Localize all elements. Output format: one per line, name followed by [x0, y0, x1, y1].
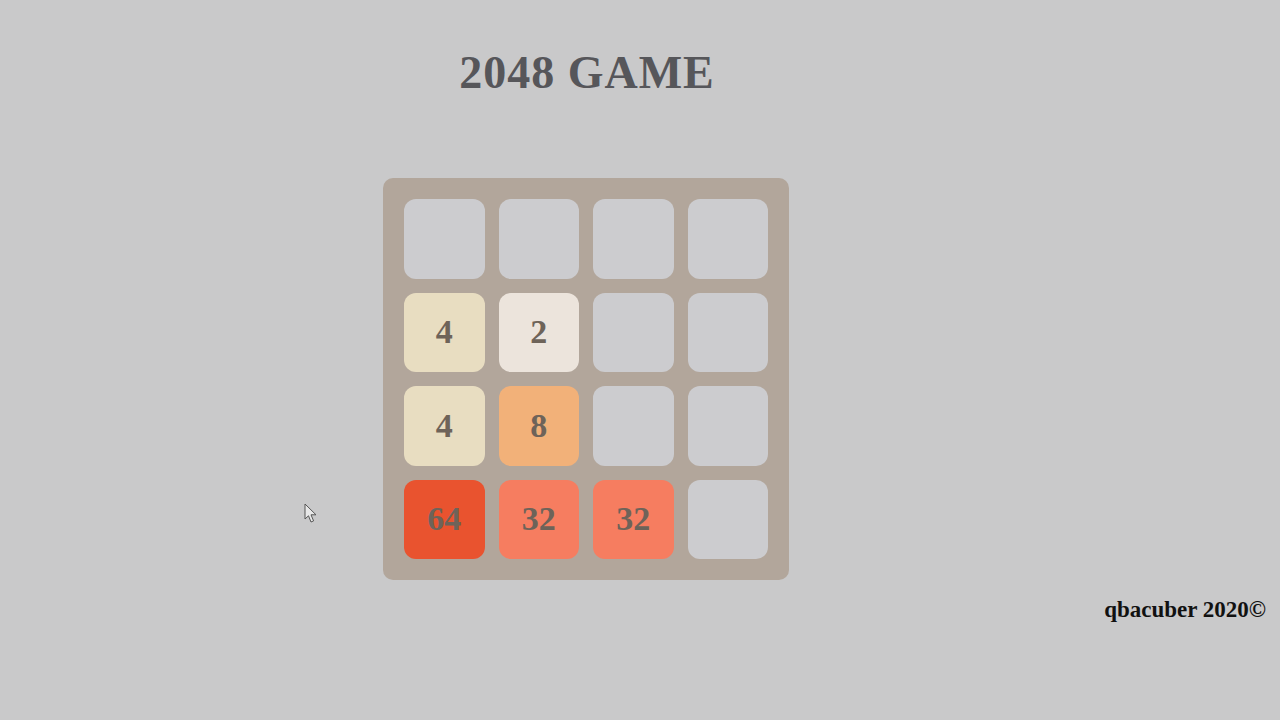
empty-cell-r3c3 [593, 386, 674, 466]
empty-cell-r2c3 [593, 293, 674, 373]
board[interactable]: 4248643232 [383, 178, 789, 580]
tile-2-r2c2: 2 [499, 293, 580, 373]
empty-cell-r1c4 [688, 199, 769, 279]
empty-cell-r1c2 [499, 199, 580, 279]
empty-cell-r1c3 [593, 199, 674, 279]
mouse-cursor-icon [304, 503, 318, 524]
tile-4-r3c1: 4 [404, 386, 485, 466]
empty-cell-r2c4 [688, 293, 769, 373]
empty-cell-r1c1 [404, 199, 485, 279]
empty-cell-r3c4 [688, 386, 769, 466]
tile-8-r3c2: 8 [499, 386, 580, 466]
empty-cell-r4c4 [688, 480, 769, 560]
tile-64-r4c1: 64 [404, 480, 485, 560]
page-title: 2048 GAME [384, 46, 790, 99]
tile-4-r2c1: 4 [404, 293, 485, 373]
tile-32-r4c2: 32 [499, 480, 580, 560]
credit-text: qbacuber 2020© [1104, 597, 1266, 623]
tile-32-r4c3: 32 [593, 480, 674, 560]
game-page: 2048 GAME 4248643232 qbacuber 2020© [0, 0, 1280, 720]
